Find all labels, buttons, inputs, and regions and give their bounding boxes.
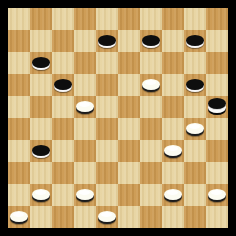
square-r9-c4[interactable]: [96, 206, 118, 228]
square-r1-c6[interactable]: [140, 30, 162, 52]
square-r9-c6[interactable]: [140, 206, 162, 228]
square-r9-c3[interactable]: [74, 206, 96, 228]
square-r2-c9[interactable]: [206, 52, 228, 74]
white-man-piece[interactable]: [164, 189, 182, 200]
square-r6-c9[interactable]: [206, 140, 228, 162]
square-r4-c2[interactable]: [52, 96, 74, 118]
black-king-piece[interactable]: [208, 98, 226, 109]
square-r8-c7[interactable]: [162, 184, 184, 206]
white-man-piece[interactable]: [10, 211, 28, 222]
white-man-piece[interactable]: [186, 123, 204, 134]
square-r4-c9[interactable]: [206, 96, 228, 118]
square-r3-c1[interactable]: [30, 74, 52, 96]
square-r3-c2[interactable]: [52, 74, 74, 96]
white-man-piece[interactable]: [98, 211, 116, 222]
square-r8-c0[interactable]: [8, 184, 30, 206]
square-r3-c4[interactable]: [96, 74, 118, 96]
square-r8-c9[interactable]: [206, 184, 228, 206]
white-man-piece[interactable]: [32, 189, 50, 200]
square-r0-c2[interactable]: [52, 8, 74, 30]
square-r9-c5[interactable]: [118, 206, 140, 228]
white-man-piece[interactable]: [76, 101, 94, 112]
black-man-piece[interactable]: [186, 79, 204, 90]
square-r5-c8[interactable]: [184, 118, 206, 140]
square-r2-c6[interactable]: [140, 52, 162, 74]
square-r4-c1[interactable]: [30, 96, 52, 118]
square-r7-c6[interactable]: [140, 162, 162, 184]
square-r4-c6[interactable]: [140, 96, 162, 118]
square-r5-c2[interactable]: [52, 118, 74, 140]
black-man-piece[interactable]: [98, 35, 116, 46]
square-r6-c0[interactable]: [8, 140, 30, 162]
square-r7-c4[interactable]: [96, 162, 118, 184]
square-r8-c1[interactable]: [30, 184, 52, 206]
square-r0-c1[interactable]: [30, 8, 52, 30]
square-r8-c2[interactable]: [52, 184, 74, 206]
square-r1-c2[interactable]: [52, 30, 74, 52]
white-man-piece[interactable]: [164, 145, 182, 156]
square-r6-c6[interactable]: [140, 140, 162, 162]
black-man-piece[interactable]: [142, 35, 160, 46]
black-man-piece[interactable]: [186, 35, 204, 46]
square-r8-c3[interactable]: [74, 184, 96, 206]
square-r8-c8[interactable]: [184, 184, 206, 206]
square-r1-c4[interactable]: [96, 30, 118, 52]
square-r6-c8[interactable]: [184, 140, 206, 162]
square-r7-c7[interactable]: [162, 162, 184, 184]
square-r7-c0[interactable]: [8, 162, 30, 184]
square-r0-c4[interactable]: [96, 8, 118, 30]
board-frame: [0, 0, 236, 236]
square-r5-c9[interactable]: [206, 118, 228, 140]
square-r4-c7[interactable]: [162, 96, 184, 118]
square-r4-c3[interactable]: [74, 96, 96, 118]
square-r8-c6[interactable]: [140, 184, 162, 206]
square-r2-c7[interactable]: [162, 52, 184, 74]
square-r2-c5[interactable]: [118, 52, 140, 74]
square-r8-c5[interactable]: [118, 184, 140, 206]
square-r0-c5[interactable]: [118, 8, 140, 30]
square-r1-c0[interactable]: [8, 30, 30, 52]
square-r0-c9[interactable]: [206, 8, 228, 30]
square-r3-c8[interactable]: [184, 74, 206, 96]
square-r1-c8[interactable]: [184, 30, 206, 52]
white-man-piece[interactable]: [142, 79, 160, 90]
square-r3-c0[interactable]: [8, 74, 30, 96]
square-r3-c5[interactable]: [118, 74, 140, 96]
square-r4-c5[interactable]: [118, 96, 140, 118]
square-r8-c4[interactable]: [96, 184, 118, 206]
square-r6-c7[interactable]: [162, 140, 184, 162]
square-r6-c4[interactable]: [96, 140, 118, 162]
white-man-piece[interactable]: [208, 189, 226, 200]
square-r2-c0[interactable]: [8, 52, 30, 74]
square-r0-c0[interactable]: [8, 8, 30, 30]
square-r7-c5[interactable]: [118, 162, 140, 184]
square-r5-c6[interactable]: [140, 118, 162, 140]
square-r9-c7[interactable]: [162, 206, 184, 228]
square-r7-c1[interactable]: [30, 162, 52, 184]
square-r6-c5[interactable]: [118, 140, 140, 162]
black-man-piece[interactable]: [32, 145, 50, 156]
square-r6-c2[interactable]: [52, 140, 74, 162]
square-r4-c0[interactable]: [8, 96, 30, 118]
square-r3-c3[interactable]: [74, 74, 96, 96]
square-r0-c8[interactable]: [184, 8, 206, 30]
square-r2-c3[interactable]: [74, 52, 96, 74]
square-r9-c2[interactable]: [52, 206, 74, 228]
square-r2-c4[interactable]: [96, 52, 118, 74]
square-r7-c2[interactable]: [52, 162, 74, 184]
square-r1-c1[interactable]: [30, 30, 52, 52]
square-r1-c5[interactable]: [118, 30, 140, 52]
square-r9-c9[interactable]: [206, 206, 228, 228]
square-r0-c6[interactable]: [140, 8, 162, 30]
square-r3-c7[interactable]: [162, 74, 184, 96]
black-man-piece[interactable]: [54, 79, 72, 90]
square-r3-c9[interactable]: [206, 74, 228, 96]
square-r5-c4[interactable]: [96, 118, 118, 140]
square-r9-c0[interactable]: [8, 206, 30, 228]
square-r4-c8[interactable]: [184, 96, 206, 118]
square-r3-c6[interactable]: [140, 74, 162, 96]
square-r0-c3[interactable]: [74, 8, 96, 30]
square-r6-c3[interactable]: [74, 140, 96, 162]
square-r7-c3[interactable]: [74, 162, 96, 184]
square-r1-c7[interactable]: [162, 30, 184, 52]
square-r9-c1[interactable]: [30, 206, 52, 228]
square-r4-c4[interactable]: [96, 96, 118, 118]
black-man-piece[interactable]: [32, 57, 50, 68]
square-r5-c0[interactable]: [8, 118, 30, 140]
square-r2-c8[interactable]: [184, 52, 206, 74]
square-r9-c8[interactable]: [184, 206, 206, 228]
white-man-piece[interactable]: [76, 189, 94, 200]
square-r7-c8[interactable]: [184, 162, 206, 184]
square-r5-c5[interactable]: [118, 118, 140, 140]
square-r5-c7[interactable]: [162, 118, 184, 140]
checkers-board: [8, 8, 228, 228]
square-r5-c1[interactable]: [30, 118, 52, 140]
square-r2-c2[interactable]: [52, 52, 74, 74]
square-r2-c1[interactable]: [30, 52, 52, 74]
square-r5-c3[interactable]: [74, 118, 96, 140]
square-r1-c9[interactable]: [206, 30, 228, 52]
square-r0-c7[interactable]: [162, 8, 184, 30]
square-r1-c3[interactable]: [74, 30, 96, 52]
square-r6-c1[interactable]: [30, 140, 52, 162]
square-r7-c9[interactable]: [206, 162, 228, 184]
